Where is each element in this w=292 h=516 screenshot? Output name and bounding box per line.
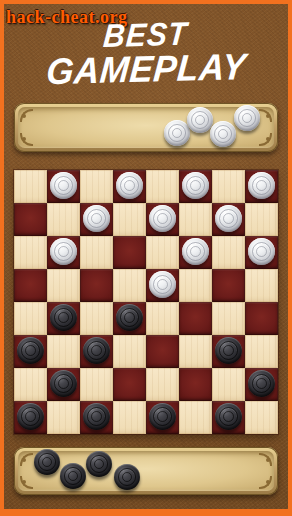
piece-ring [157, 279, 168, 290]
piece-ring [68, 471, 78, 481]
board-square[interactable] [80, 170, 113, 203]
piece-ring [91, 345, 102, 356]
black-piece [34, 449, 60, 475]
black-piece[interactable] [83, 403, 110, 430]
board-square[interactable] [113, 203, 146, 236]
white-piece[interactable] [248, 238, 275, 265]
board-square[interactable] [113, 335, 146, 368]
black-piece[interactable] [50, 304, 77, 331]
board-square[interactable] [179, 401, 212, 434]
board-square[interactable] [80, 203, 113, 236]
white-piece[interactable] [50, 172, 77, 199]
black-piece [60, 463, 86, 489]
piece-ring [58, 180, 69, 191]
piece-ring [256, 378, 267, 389]
board-square[interactable] [14, 203, 47, 236]
board-square[interactable] [212, 302, 245, 335]
board-square[interactable] [212, 335, 245, 368]
white-piece[interactable] [149, 205, 176, 232]
piece-ring [124, 312, 135, 323]
board-square[interactable] [146, 401, 179, 434]
white-piece [210, 121, 236, 147]
black-piece[interactable] [17, 337, 44, 364]
white-piece[interactable] [83, 205, 110, 232]
black-piece[interactable] [17, 403, 44, 430]
board-square[interactable] [179, 203, 212, 236]
black-piece [86, 451, 112, 477]
board-square[interactable] [146, 269, 179, 302]
board-square[interactable] [47, 170, 80, 203]
board-square[interactable] [80, 236, 113, 269]
board-square[interactable] [80, 401, 113, 434]
board-square[interactable] [14, 236, 47, 269]
white-piece [187, 107, 213, 133]
board-square[interactable] [80, 269, 113, 302]
white-piece[interactable] [149, 271, 176, 298]
board-square[interactable] [113, 368, 146, 401]
board-square[interactable] [179, 236, 212, 269]
piece-ring [122, 472, 132, 482]
board-square[interactable] [146, 335, 179, 368]
board-square[interactable] [146, 302, 179, 335]
piece-ring [157, 411, 168, 422]
board-square[interactable] [245, 236, 278, 269]
board-square[interactable] [179, 335, 212, 368]
piece-ring [25, 345, 36, 356]
piece-ring [25, 411, 36, 422]
white-piece[interactable] [248, 172, 275, 199]
board-square[interactable] [245, 368, 278, 401]
piece-ring [190, 180, 201, 191]
board-square[interactable] [14, 401, 47, 434]
piece-ring [190, 246, 201, 257]
piece-ring [218, 129, 228, 139]
board-square[interactable] [113, 236, 146, 269]
board-square[interactable] [80, 368, 113, 401]
board-square[interactable] [179, 302, 212, 335]
board-square[interactable] [14, 302, 47, 335]
white-piece [234, 105, 260, 131]
board-square[interactable] [245, 269, 278, 302]
board-square[interactable] [245, 401, 278, 434]
piece-ring [58, 378, 69, 389]
piece-ring [58, 246, 69, 257]
board-square[interactable] [14, 335, 47, 368]
white-piece[interactable] [182, 172, 209, 199]
board-square[interactable] [245, 302, 278, 335]
board-square[interactable] [47, 401, 80, 434]
piece-ring [223, 411, 234, 422]
white-piece[interactable] [215, 205, 242, 232]
white-piece[interactable] [50, 238, 77, 265]
piece-ring [195, 115, 205, 125]
board-square[interactable] [212, 368, 245, 401]
board-square[interactable] [47, 302, 80, 335]
piece-ring [172, 128, 182, 138]
black-piece[interactable] [248, 370, 275, 397]
board-square[interactable] [146, 368, 179, 401]
piece-ring [223, 345, 234, 356]
piece-ring [223, 213, 234, 224]
board-square[interactable] [14, 368, 47, 401]
piece-ring [256, 180, 267, 191]
tray-top [14, 103, 278, 152]
board-square[interactable] [80, 335, 113, 368]
board-square[interactable] [14, 269, 47, 302]
board-square[interactable] [245, 203, 278, 236]
board-square[interactable] [179, 368, 212, 401]
piece-ring [256, 246, 267, 257]
board-square[interactable] [146, 236, 179, 269]
page-title: BEST GAMEPLAY [3, 15, 289, 90]
white-piece[interactable] [116, 172, 143, 199]
tray-bottom [14, 447, 278, 495]
black-piece[interactable] [215, 403, 242, 430]
board-square[interactable] [146, 203, 179, 236]
board-square[interactable] [113, 269, 146, 302]
black-piece[interactable] [83, 337, 110, 364]
title-line-gameplay: GAMEPLAY [3, 45, 290, 91]
black-piece[interactable] [215, 337, 242, 364]
board-square[interactable] [47, 236, 80, 269]
board-square[interactable] [47, 269, 80, 302]
piece-ring [124, 180, 135, 191]
black-piece[interactable] [116, 304, 143, 331]
black-piece[interactable] [50, 370, 77, 397]
board-square[interactable] [212, 269, 245, 302]
board-square[interactable] [212, 203, 245, 236]
board-square[interactable] [47, 335, 80, 368]
board-square[interactable] [113, 401, 146, 434]
board-square[interactable] [179, 269, 212, 302]
board-square[interactable] [179, 170, 212, 203]
piece-ring [242, 113, 252, 123]
white-piece[interactable] [182, 238, 209, 265]
board-square[interactable] [212, 401, 245, 434]
piece-ring [42, 457, 52, 467]
board-square[interactable] [14, 170, 47, 203]
piece-ring [91, 411, 102, 422]
board-square[interactable] [212, 170, 245, 203]
black-piece[interactable] [149, 403, 176, 430]
board-square[interactable] [113, 170, 146, 203]
white-piece [164, 120, 190, 146]
board-square[interactable] [47, 203, 80, 236]
board-square[interactable] [245, 335, 278, 368]
black-piece [114, 464, 140, 490]
board-square[interactable] [245, 170, 278, 203]
piece-ring [58, 312, 69, 323]
board-square[interactable] [146, 170, 179, 203]
board-square[interactable] [47, 368, 80, 401]
piece-ring [94, 459, 104, 469]
board-square[interactable] [113, 302, 146, 335]
piece-ring [157, 213, 168, 224]
app-screen: hack-cheat.org BEST GAMEPLAY [0, 0, 292, 516]
board [14, 170, 278, 434]
board-square[interactable] [80, 302, 113, 335]
board-square[interactable] [212, 236, 245, 269]
piece-ring [91, 213, 102, 224]
